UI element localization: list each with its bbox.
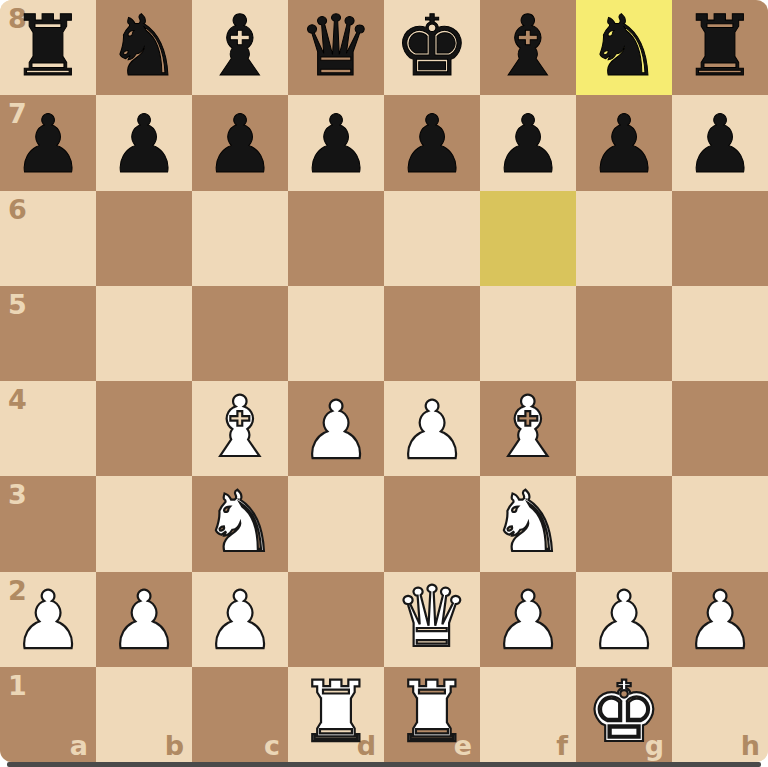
square-g2[interactable]: ♟ bbox=[576, 572, 672, 667]
square-h7[interactable]: ♟ bbox=[672, 95, 768, 190]
square-e8[interactable]: ♚ bbox=[384, 0, 480, 95]
white-pawn[interactable]: ♟ bbox=[588, 581, 660, 661]
white-pawn[interactable]: ♟ bbox=[12, 581, 84, 661]
square-c5[interactable] bbox=[192, 286, 288, 381]
file-label-f: f bbox=[556, 732, 568, 759]
white-bishop[interactable]: ♝ bbox=[202, 385, 277, 469]
square-g7[interactable]: ♟ bbox=[576, 95, 672, 190]
white-king[interactable]: ♚ bbox=[586, 670, 661, 754]
square-a7[interactable]: 7♟ bbox=[0, 95, 96, 190]
white-rook[interactable]: ♜ bbox=[394, 670, 469, 754]
square-f8[interactable]: ♝ bbox=[480, 0, 576, 95]
square-a8[interactable]: 8♜ bbox=[0, 0, 96, 95]
square-b4[interactable] bbox=[96, 381, 192, 476]
square-a3[interactable]: 3 bbox=[0, 476, 96, 571]
square-c3[interactable]: ♞ bbox=[192, 476, 288, 571]
square-h8[interactable]: ♜ bbox=[672, 0, 768, 95]
square-e4[interactable]: ♟ bbox=[384, 381, 480, 476]
black-bishop[interactable]: ♝ bbox=[202, 4, 277, 88]
square-g1[interactable]: g♚ bbox=[576, 667, 672, 762]
square-d4[interactable]: ♟ bbox=[288, 381, 384, 476]
black-bishop[interactable]: ♝ bbox=[490, 4, 565, 88]
square-d7[interactable]: ♟ bbox=[288, 95, 384, 190]
square-b3[interactable] bbox=[96, 476, 192, 571]
black-pawn[interactable]: ♟ bbox=[108, 105, 180, 185]
rank-label-5: 5 bbox=[8, 291, 27, 318]
black-pawn[interactable]: ♟ bbox=[588, 105, 660, 185]
square-h4[interactable] bbox=[672, 381, 768, 476]
black-pawn[interactable]: ♟ bbox=[684, 105, 756, 185]
square-f2[interactable]: ♟ bbox=[480, 572, 576, 667]
black-rook[interactable]: ♜ bbox=[682, 4, 757, 88]
black-knight[interactable]: ♞ bbox=[586, 4, 661, 88]
square-e6[interactable] bbox=[384, 191, 480, 286]
file-label-a: a bbox=[70, 732, 88, 759]
square-g5[interactable] bbox=[576, 286, 672, 381]
white-bishop[interactable]: ♝ bbox=[490, 385, 565, 469]
rank-label-4: 4 bbox=[8, 386, 27, 413]
rank-label-1: 1 bbox=[8, 672, 27, 699]
square-b7[interactable]: ♟ bbox=[96, 95, 192, 190]
square-e1[interactable]: e♜ bbox=[384, 667, 480, 762]
black-king[interactable]: ♚ bbox=[394, 4, 469, 88]
rank-label-6: 6 bbox=[8, 196, 27, 223]
square-c8[interactable]: ♝ bbox=[192, 0, 288, 95]
black-pawn[interactable]: ♟ bbox=[492, 105, 564, 185]
square-g8[interactable]: ♞ bbox=[576, 0, 672, 95]
bottom-bar bbox=[7, 762, 761, 767]
file-label-h: h bbox=[741, 732, 760, 759]
square-f7[interactable]: ♟ bbox=[480, 95, 576, 190]
square-g3[interactable] bbox=[576, 476, 672, 571]
square-c7[interactable]: ♟ bbox=[192, 95, 288, 190]
white-rook[interactable]: ♜ bbox=[298, 670, 373, 754]
square-c6[interactable] bbox=[192, 191, 288, 286]
square-b6[interactable] bbox=[96, 191, 192, 286]
chess-board: 8♜♞♝♛♚♝♞♜7♟♟♟♟♟♟♟♟654♝♟♟♝3♞♞2♟♟♟♛♟♟♟1abc… bbox=[0, 0, 768, 762]
square-e2[interactable]: ♛ bbox=[384, 572, 480, 667]
square-f1[interactable]: f bbox=[480, 667, 576, 762]
black-pawn[interactable]: ♟ bbox=[204, 105, 276, 185]
square-a1[interactable]: 1a bbox=[0, 667, 96, 762]
square-a2[interactable]: 2♟ bbox=[0, 572, 96, 667]
square-f6[interactable] bbox=[480, 191, 576, 286]
square-e5[interactable] bbox=[384, 286, 480, 381]
black-pawn[interactable]: ♟ bbox=[300, 105, 372, 185]
white-pawn[interactable]: ♟ bbox=[204, 581, 276, 661]
white-pawn[interactable]: ♟ bbox=[396, 391, 468, 471]
square-g4[interactable] bbox=[576, 381, 672, 476]
black-rook[interactable]: ♜ bbox=[10, 4, 85, 88]
black-knight[interactable]: ♞ bbox=[106, 4, 181, 88]
white-knight[interactable]: ♞ bbox=[202, 480, 277, 564]
file-label-c: c bbox=[264, 732, 280, 759]
black-pawn[interactable]: ♟ bbox=[396, 105, 468, 185]
square-f3[interactable]: ♞ bbox=[480, 476, 576, 571]
square-d1[interactable]: d♜ bbox=[288, 667, 384, 762]
black-pawn[interactable]: ♟ bbox=[12, 105, 84, 185]
file-label-b: b bbox=[165, 732, 184, 759]
square-c1[interactable]: c bbox=[192, 667, 288, 762]
square-h5[interactable] bbox=[672, 286, 768, 381]
square-h2[interactable]: ♟ bbox=[672, 572, 768, 667]
square-h1[interactable]: h bbox=[672, 667, 768, 762]
square-e7[interactable]: ♟ bbox=[384, 95, 480, 190]
square-g6[interactable] bbox=[576, 191, 672, 286]
square-b1[interactable]: b bbox=[96, 667, 192, 762]
square-f5[interactable] bbox=[480, 286, 576, 381]
white-pawn[interactable]: ♟ bbox=[108, 581, 180, 661]
square-c4[interactable]: ♝ bbox=[192, 381, 288, 476]
square-a5[interactable]: 5 bbox=[0, 286, 96, 381]
square-d8[interactable]: ♛ bbox=[288, 0, 384, 95]
white-pawn[interactable]: ♟ bbox=[492, 581, 564, 661]
square-a6[interactable]: 6 bbox=[0, 191, 96, 286]
square-d2[interactable] bbox=[288, 572, 384, 667]
square-c2[interactable]: ♟ bbox=[192, 572, 288, 667]
black-queen[interactable]: ♛ bbox=[298, 4, 373, 88]
rank-label-3: 3 bbox=[8, 481, 27, 508]
square-e3[interactable] bbox=[384, 476, 480, 571]
square-d6[interactable] bbox=[288, 191, 384, 286]
square-d5[interactable] bbox=[288, 286, 384, 381]
square-h3[interactable] bbox=[672, 476, 768, 571]
white-queen[interactable]: ♛ bbox=[394, 575, 469, 659]
white-pawn[interactable]: ♟ bbox=[300, 391, 372, 471]
square-h6[interactable] bbox=[672, 191, 768, 286]
square-f4[interactable]: ♝ bbox=[480, 381, 576, 476]
square-a4[interactable]: 4 bbox=[0, 381, 96, 476]
square-d3[interactable] bbox=[288, 476, 384, 571]
white-knight[interactable]: ♞ bbox=[490, 480, 565, 564]
white-pawn[interactable]: ♟ bbox=[684, 581, 756, 661]
square-b5[interactable] bbox=[96, 286, 192, 381]
square-b8[interactable]: ♞ bbox=[96, 0, 192, 95]
square-b2[interactable]: ♟ bbox=[96, 572, 192, 667]
